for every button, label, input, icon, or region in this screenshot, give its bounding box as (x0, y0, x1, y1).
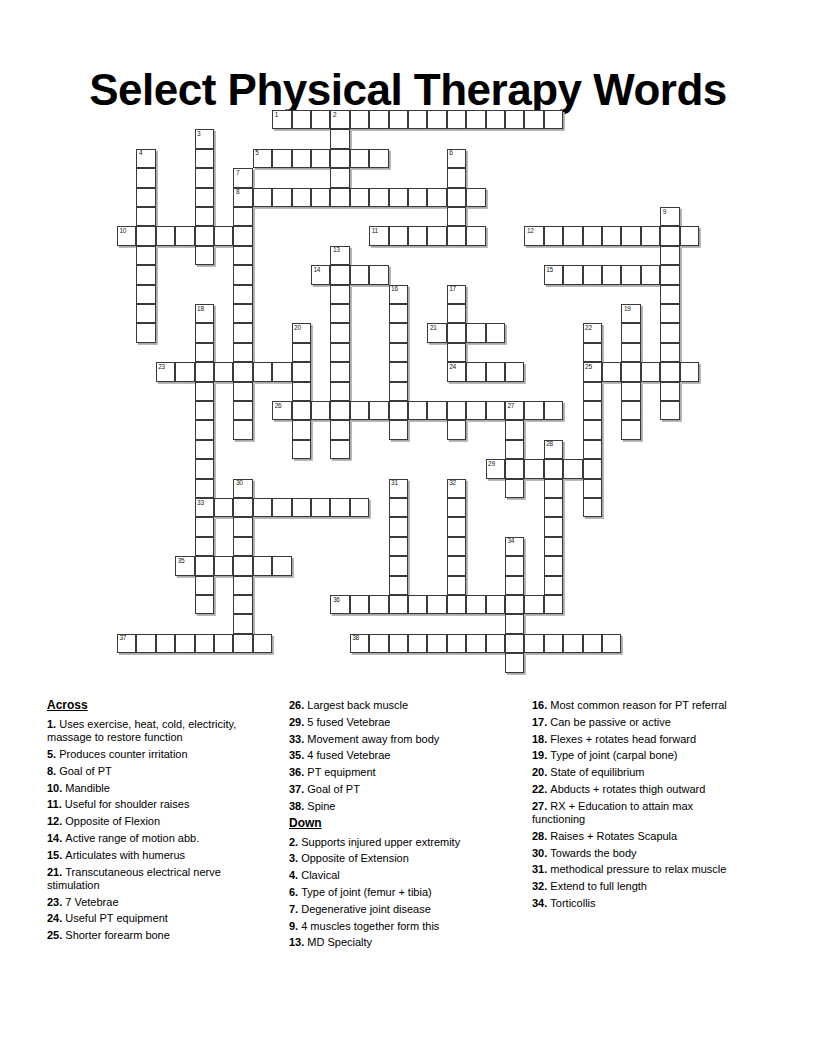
grid-cell[interactable] (660, 246, 679, 265)
grid-cell[interactable] (350, 401, 369, 420)
grid-cell[interactable] (350, 149, 369, 168)
grid-cell[interactable] (660, 362, 679, 381)
grid-cell[interactable] (272, 498, 291, 517)
grid-cell[interactable] (233, 420, 252, 439)
grid-cell[interactable] (602, 226, 621, 245)
grid-cell[interactable] (330, 362, 349, 381)
grid-cell[interactable] (544, 226, 563, 245)
cell-number: 16 (391, 286, 398, 293)
grid-cell[interactable] (544, 556, 563, 575)
grid-cell[interactable] (505, 362, 524, 381)
grid-cell[interactable]: 37 (117, 634, 136, 653)
cell-number: 5 (255, 150, 258, 157)
grid-cell[interactable] (505, 459, 524, 478)
grid-cell[interactable] (136, 634, 155, 653)
grid-cell[interactable] (505, 420, 524, 439)
grid-cell[interactable] (505, 634, 524, 653)
grid-cell[interactable] (389, 420, 408, 439)
cell-number: 6 (449, 150, 452, 157)
grid-cell[interactable] (253, 188, 272, 207)
grid-cell[interactable] (505, 440, 524, 459)
grid-cell[interactable] (233, 576, 252, 595)
grid-cell[interactable]: 26 (272, 401, 291, 420)
grid-cell[interactable] (447, 537, 466, 556)
grid-cell[interactable] (330, 304, 349, 323)
grid-cell[interactable] (583, 382, 602, 401)
grid-cell[interactable] (136, 304, 155, 323)
grid-cell[interactable] (330, 285, 349, 304)
grid-cell[interactable]: 19 (621, 304, 640, 323)
grid-cell[interactable] (466, 226, 485, 245)
grid-cell[interactable]: 4 (136, 149, 155, 168)
grid-cell[interactable] (427, 595, 446, 614)
grid-cell[interactable]: 20 (292, 323, 311, 342)
grid-cell[interactable] (621, 226, 640, 245)
grid-cell[interactable]: 24 (447, 362, 466, 381)
grid-cell[interactable] (447, 498, 466, 517)
grid-cell[interactable] (233, 595, 252, 614)
grid-cell[interactable] (195, 479, 214, 498)
grid-cell[interactable] (524, 401, 543, 420)
grid-cell[interactable] (660, 226, 679, 245)
grid-cell[interactable] (195, 149, 214, 168)
grid-cell[interactable] (583, 440, 602, 459)
grid-cell[interactable] (195, 382, 214, 401)
clue-text: Mandible (65, 782, 110, 794)
grid-cell[interactable] (505, 614, 524, 633)
grid-cell[interactable] (292, 362, 311, 381)
grid-cell[interactable] (466, 110, 485, 129)
grid-cell[interactable] (486, 323, 505, 342)
grid-cell[interactable] (447, 110, 466, 129)
grid-cell[interactable] (253, 362, 272, 381)
grid-cell[interactable] (389, 576, 408, 595)
grid-cell[interactable] (195, 440, 214, 459)
grid-cell[interactable] (544, 401, 563, 420)
grid-cell[interactable] (233, 498, 252, 517)
grid-cell[interactable] (330, 382, 349, 401)
grid-cell[interactable] (524, 110, 543, 129)
grid-cell[interactable] (233, 556, 252, 575)
grid-cell[interactable]: 17 (447, 285, 466, 304)
grid-cell[interactable] (389, 595, 408, 614)
grid-cell[interactable] (195, 207, 214, 226)
cell-number: 9 (663, 209, 666, 216)
grid-cell[interactable] (233, 343, 252, 362)
grid-cell[interactable] (214, 556, 233, 575)
grid-cell[interactable] (195, 362, 214, 381)
grid-cell[interactable] (195, 459, 214, 478)
grid-cell[interactable] (136, 188, 155, 207)
cell-number: 22 (585, 325, 592, 332)
grid-cell[interactable] (486, 362, 505, 381)
grid-cell[interactable] (505, 479, 524, 498)
grid-cell[interactable]: 29 (486, 459, 505, 478)
grid-cell[interactable] (330, 129, 349, 148)
grid-cell[interactable] (389, 188, 408, 207)
grid-cell[interactable] (544, 479, 563, 498)
cell-number: 18 (197, 306, 204, 313)
grid-cell[interactable] (233, 634, 252, 653)
grid-cell[interactable] (311, 498, 330, 517)
grid-cell[interactable]: 6 (447, 149, 466, 168)
grid-cell[interactable] (447, 595, 466, 614)
clue-item: 13.MD Specialty (289, 936, 496, 949)
across-heading: Across (47, 699, 254, 712)
grid-cell[interactable] (214, 498, 233, 517)
grid-cell[interactable] (195, 343, 214, 362)
grid-cell[interactable] (233, 362, 252, 381)
grid-cell[interactable] (156, 634, 175, 653)
grid-cell[interactable] (505, 556, 524, 575)
grid-cell[interactable] (272, 149, 291, 168)
grid-cell[interactable] (253, 556, 272, 575)
grid-cell[interactable] (330, 323, 349, 342)
clue-item: 26.Largest back muscle (289, 699, 496, 712)
grid-cell[interactable] (233, 323, 252, 342)
grid-cell[interactable] (195, 556, 214, 575)
grid-cell[interactable] (233, 285, 252, 304)
grid-cell[interactable] (544, 110, 563, 129)
clue-number: 29. (289, 716, 304, 728)
grid-cell[interactable] (680, 362, 699, 381)
grid-cell[interactable] (214, 226, 233, 245)
grid-cell[interactable] (136, 207, 155, 226)
grid-cell[interactable] (233, 382, 252, 401)
grid-cell[interactable] (563, 634, 582, 653)
clue-text: 5 fused Vetebrae (307, 716, 390, 728)
grid-cell[interactable] (330, 440, 349, 459)
grid-cell[interactable] (486, 401, 505, 420)
grid-cell[interactable] (505, 110, 524, 129)
grid-cell[interactable] (660, 401, 679, 420)
grid-cell[interactable]: 15 (544, 265, 563, 284)
grid-cell[interactable] (369, 188, 388, 207)
grid-cell[interactable] (641, 362, 660, 381)
grid-cell[interactable] (389, 323, 408, 342)
grid-cell[interactable] (466, 401, 485, 420)
grid-cell[interactable] (272, 556, 291, 575)
grid-cell[interactable] (350, 265, 369, 284)
grid-cell[interactable] (292, 440, 311, 459)
grid-cell[interactable] (195, 420, 214, 439)
grid-cell[interactable] (292, 401, 311, 420)
grid-cell[interactable] (195, 634, 214, 653)
grid-cell[interactable] (447, 188, 466, 207)
grid-cell[interactable] (389, 537, 408, 556)
grid-cell[interactable] (292, 343, 311, 362)
grid-cell[interactable] (563, 265, 582, 284)
grid-cell[interactable] (195, 401, 214, 420)
grid-cell[interactable] (621, 362, 640, 381)
grid-cell[interactable] (544, 595, 563, 614)
grid-cell[interactable] (195, 323, 214, 342)
grid-cell[interactable] (330, 343, 349, 362)
grid-cell[interactable] (214, 634, 233, 653)
grid-cell[interactable]: 2 (330, 110, 349, 129)
grid-cell[interactable] (136, 265, 155, 284)
grid-cell[interactable]: 23 (156, 362, 175, 381)
grid-cell[interactable]: 7 (233, 168, 252, 187)
grid-cell[interactable] (505, 653, 524, 672)
grid-cell[interactable] (195, 576, 214, 595)
grid-cell[interactable]: 35 (175, 556, 194, 575)
grid-cell[interactable] (292, 149, 311, 168)
grid-cell[interactable] (311, 188, 330, 207)
grid-cell[interactable] (292, 382, 311, 401)
grid-cell[interactable] (544, 576, 563, 595)
grid-cell[interactable] (447, 343, 466, 362)
grid-cell[interactable] (583, 420, 602, 439)
grid-cell[interactable] (389, 634, 408, 653)
grid-cell[interactable] (175, 634, 194, 653)
grid-cell[interactable] (447, 226, 466, 245)
grid-cell[interactable] (466, 362, 485, 381)
grid-cell[interactable] (389, 556, 408, 575)
grid-cell[interactable] (447, 420, 466, 439)
grid-cell[interactable] (524, 595, 543, 614)
grid-cell[interactable] (447, 401, 466, 420)
grid-cell[interactable]: 28 (544, 440, 563, 459)
grid-cell[interactable]: 11 (369, 226, 388, 245)
grid-cell[interactable] (156, 226, 175, 245)
grid-cell[interactable] (292, 110, 311, 129)
grid-cell[interactable] (486, 595, 505, 614)
grid-cell[interactable] (195, 517, 214, 536)
grid-cell[interactable] (233, 207, 252, 226)
grid-cell[interactable]: 9 (660, 207, 679, 226)
grid-cell[interactable] (427, 401, 446, 420)
grid-cell[interactable] (621, 382, 640, 401)
grid-cell[interactable] (272, 362, 291, 381)
grid-cell[interactable] (408, 110, 427, 129)
grid-cell[interactable] (389, 304, 408, 323)
grid-cell[interactable] (233, 537, 252, 556)
grid-cell[interactable] (427, 226, 446, 245)
grid-cell[interactable] (136, 285, 155, 304)
grid-cell[interactable] (233, 614, 252, 633)
grid-cell[interactable] (389, 401, 408, 420)
clue-number: 23. (47, 896, 62, 908)
grid-cell[interactable] (233, 226, 252, 245)
grid-cell[interactable] (233, 246, 252, 265)
grid-cell[interactable]: 12 (524, 226, 543, 245)
grid-cell[interactable] (253, 498, 272, 517)
grid-cell[interactable] (583, 343, 602, 362)
grid-cell[interactable] (330, 498, 349, 517)
grid-cell[interactable] (660, 304, 679, 323)
grid-cell[interactable] (563, 459, 582, 478)
grid-cell[interactable]: 16 (389, 285, 408, 304)
grid-cell[interactable] (389, 517, 408, 536)
grid-cell[interactable]: 33 (195, 498, 214, 517)
grid-cell[interactable] (136, 168, 155, 187)
grid-cell[interactable] (233, 265, 252, 284)
clue-text: Type of joint (femur + tibia) (301, 886, 432, 898)
grid-cell[interactable]: 1 (272, 110, 291, 129)
grid-cell[interactable] (369, 110, 388, 129)
grid-cell[interactable] (621, 420, 640, 439)
grid-cell[interactable] (350, 595, 369, 614)
grid-cell[interactable] (660, 382, 679, 401)
grid-cell[interactable] (447, 207, 466, 226)
grid-cell[interactable] (369, 401, 388, 420)
grid-cell[interactable] (544, 498, 563, 517)
grid-cell[interactable] (195, 168, 214, 187)
grid-cell[interactable] (583, 401, 602, 420)
grid-cell[interactable]: 10 (117, 226, 136, 245)
grid-cell[interactable] (486, 110, 505, 129)
grid-cell[interactable] (233, 401, 252, 420)
grid-cell[interactable] (233, 517, 252, 536)
grid-cell[interactable] (330, 168, 349, 187)
grid-cell[interactable] (195, 595, 214, 614)
grid-cell[interactable] (602, 265, 621, 284)
grid-cell[interactable] (660, 265, 679, 284)
grid-cell[interactable] (524, 634, 543, 653)
grid-cell[interactable] (311, 110, 330, 129)
grid-cell[interactable] (330, 401, 349, 420)
grid-cell[interactable] (524, 459, 543, 478)
grid-cell[interactable] (660, 323, 679, 342)
grid-cell[interactable] (175, 226, 194, 245)
grid-cell[interactable] (292, 498, 311, 517)
grid-cell[interactable] (447, 576, 466, 595)
grid-cell[interactable]: 21 (427, 323, 446, 342)
grid-cell[interactable] (195, 188, 214, 207)
grid-cell[interactable]: 30 (233, 479, 252, 498)
grid-cell[interactable] (389, 226, 408, 245)
grid-cell[interactable] (311, 401, 330, 420)
grid-cell[interactable] (466, 323, 485, 342)
grid-cell[interactable] (641, 265, 660, 284)
grid-cell[interactable] (660, 285, 679, 304)
grid-cell[interactable] (408, 634, 427, 653)
grid-cell[interactable] (505, 576, 524, 595)
grid-cell[interactable] (466, 188, 485, 207)
grid-cell[interactable] (330, 265, 349, 284)
grid-cell[interactable] (680, 226, 699, 245)
grid-cell[interactable] (136, 323, 155, 342)
grid-cell[interactable] (447, 168, 466, 187)
grid-cell[interactable] (583, 226, 602, 245)
grid-cell[interactable]: 31 (389, 479, 408, 498)
grid-cell[interactable] (195, 246, 214, 265)
grid-cell[interactable] (136, 226, 155, 245)
grid-cell[interactable]: 18 (195, 304, 214, 323)
grid-cell[interactable] (330, 188, 349, 207)
grid-cell[interactable] (408, 188, 427, 207)
grid-cell[interactable] (641, 226, 660, 245)
grid-cell[interactable] (427, 634, 446, 653)
cell-number: 12 (527, 228, 534, 235)
grid-cell[interactable] (136, 246, 155, 265)
grid-cell[interactable] (466, 634, 485, 653)
grid-cell[interactable]: 8 (233, 188, 252, 207)
grid-cell[interactable] (544, 517, 563, 536)
grid-cell[interactable] (408, 595, 427, 614)
grid-cell[interactable]: 3 (195, 129, 214, 148)
grid-cell[interactable] (350, 110, 369, 129)
grid-cell[interactable] (447, 304, 466, 323)
grid-cell[interactable]: 32 (447, 479, 466, 498)
grid-cell[interactable] (621, 343, 640, 362)
grid-cell[interactable] (253, 634, 272, 653)
grid-cell[interactable] (447, 323, 466, 342)
grid-cell[interactable] (233, 304, 252, 323)
grid-cell[interactable] (447, 556, 466, 575)
clue-item: 24.Useful PT equipment (47, 912, 254, 925)
grid-cell[interactable]: 27 (505, 401, 524, 420)
grid-cell[interactable] (408, 226, 427, 245)
grid-cell[interactable] (292, 420, 311, 439)
grid-cell[interactable]: 14 (311, 265, 330, 284)
grid-cell[interactable]: 5 (253, 149, 272, 168)
grid-cell[interactable] (389, 362, 408, 381)
grid-cell[interactable] (505, 595, 524, 614)
grid-cell[interactable] (389, 498, 408, 517)
grid-cell[interactable] (602, 362, 621, 381)
grid-cell[interactable]: 34 (505, 537, 524, 556)
grid-cell[interactable] (389, 382, 408, 401)
grid-cell[interactable] (369, 149, 388, 168)
grid-cell[interactable] (544, 459, 563, 478)
grid-cell[interactable] (369, 595, 388, 614)
grid-cell[interactable] (583, 265, 602, 284)
grid-cell[interactable] (621, 401, 640, 420)
grid-cell[interactable]: 22 (583, 323, 602, 342)
grid-cell[interactable] (350, 498, 369, 517)
grid-cell[interactable] (389, 343, 408, 362)
grid-cell[interactable] (175, 362, 194, 381)
grid-cell[interactable] (292, 188, 311, 207)
grid-cell[interactable] (195, 537, 214, 556)
grid-cell[interactable]: 13 (330, 246, 349, 265)
grid-cell[interactable] (195, 226, 214, 245)
grid-cell[interactable] (621, 323, 640, 342)
grid-cell[interactable] (486, 634, 505, 653)
grid-cell[interactable] (447, 634, 466, 653)
grid-cell[interactable] (583, 498, 602, 517)
grid-cell[interactable] (544, 634, 563, 653)
grid-cell[interactable] (311, 149, 330, 168)
grid-cell[interactable] (621, 265, 640, 284)
grid-cell[interactable]: 36 (330, 595, 349, 614)
grid-cell[interactable] (563, 226, 582, 245)
grid-cell[interactable] (272, 188, 291, 207)
grid-cell[interactable] (583, 634, 602, 653)
grid-cell[interactable] (466, 595, 485, 614)
grid-cell[interactable] (330, 149, 349, 168)
grid-cell[interactable] (389, 110, 408, 129)
grid-cell[interactable] (427, 110, 446, 129)
grid-cell[interactable]: 25 (583, 362, 602, 381)
grid-cell[interactable] (369, 265, 388, 284)
grid-cell[interactable] (583, 459, 602, 478)
grid-cell[interactable] (583, 479, 602, 498)
grid-cell[interactable] (427, 188, 446, 207)
grid-cell[interactable] (330, 420, 349, 439)
grid-cell[interactable] (214, 362, 233, 381)
grid-cell[interactable] (447, 517, 466, 536)
grid-cell[interactable] (660, 343, 679, 362)
grid-cell[interactable] (369, 634, 388, 653)
grid-cell[interactable] (602, 634, 621, 653)
grid-cell[interactable] (350, 188, 369, 207)
grid-cell[interactable]: 38 (350, 634, 369, 653)
grid-cell[interactable] (408, 401, 427, 420)
grid-cell[interactable] (544, 537, 563, 556)
